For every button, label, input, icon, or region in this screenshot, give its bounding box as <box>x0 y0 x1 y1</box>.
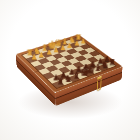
black-bishop[interactable]: ♝ <box>72 71 81 81</box>
black-rook[interactable]: ♜ <box>56 78 65 87</box>
clasp-hook-icon <box>97 79 102 91</box>
white-pawn[interactable]: ♟ <box>30 54 38 61</box>
chess-set-photo: ♜♞♝♚♛♝♞♜♟♟♟♟♟♟♟♟♟♟♟♟♟♟♟♟♜♞♝♚♛♝♞♜ <box>0 0 140 140</box>
white-pawn[interactable]: ♟ <box>44 49 52 56</box>
